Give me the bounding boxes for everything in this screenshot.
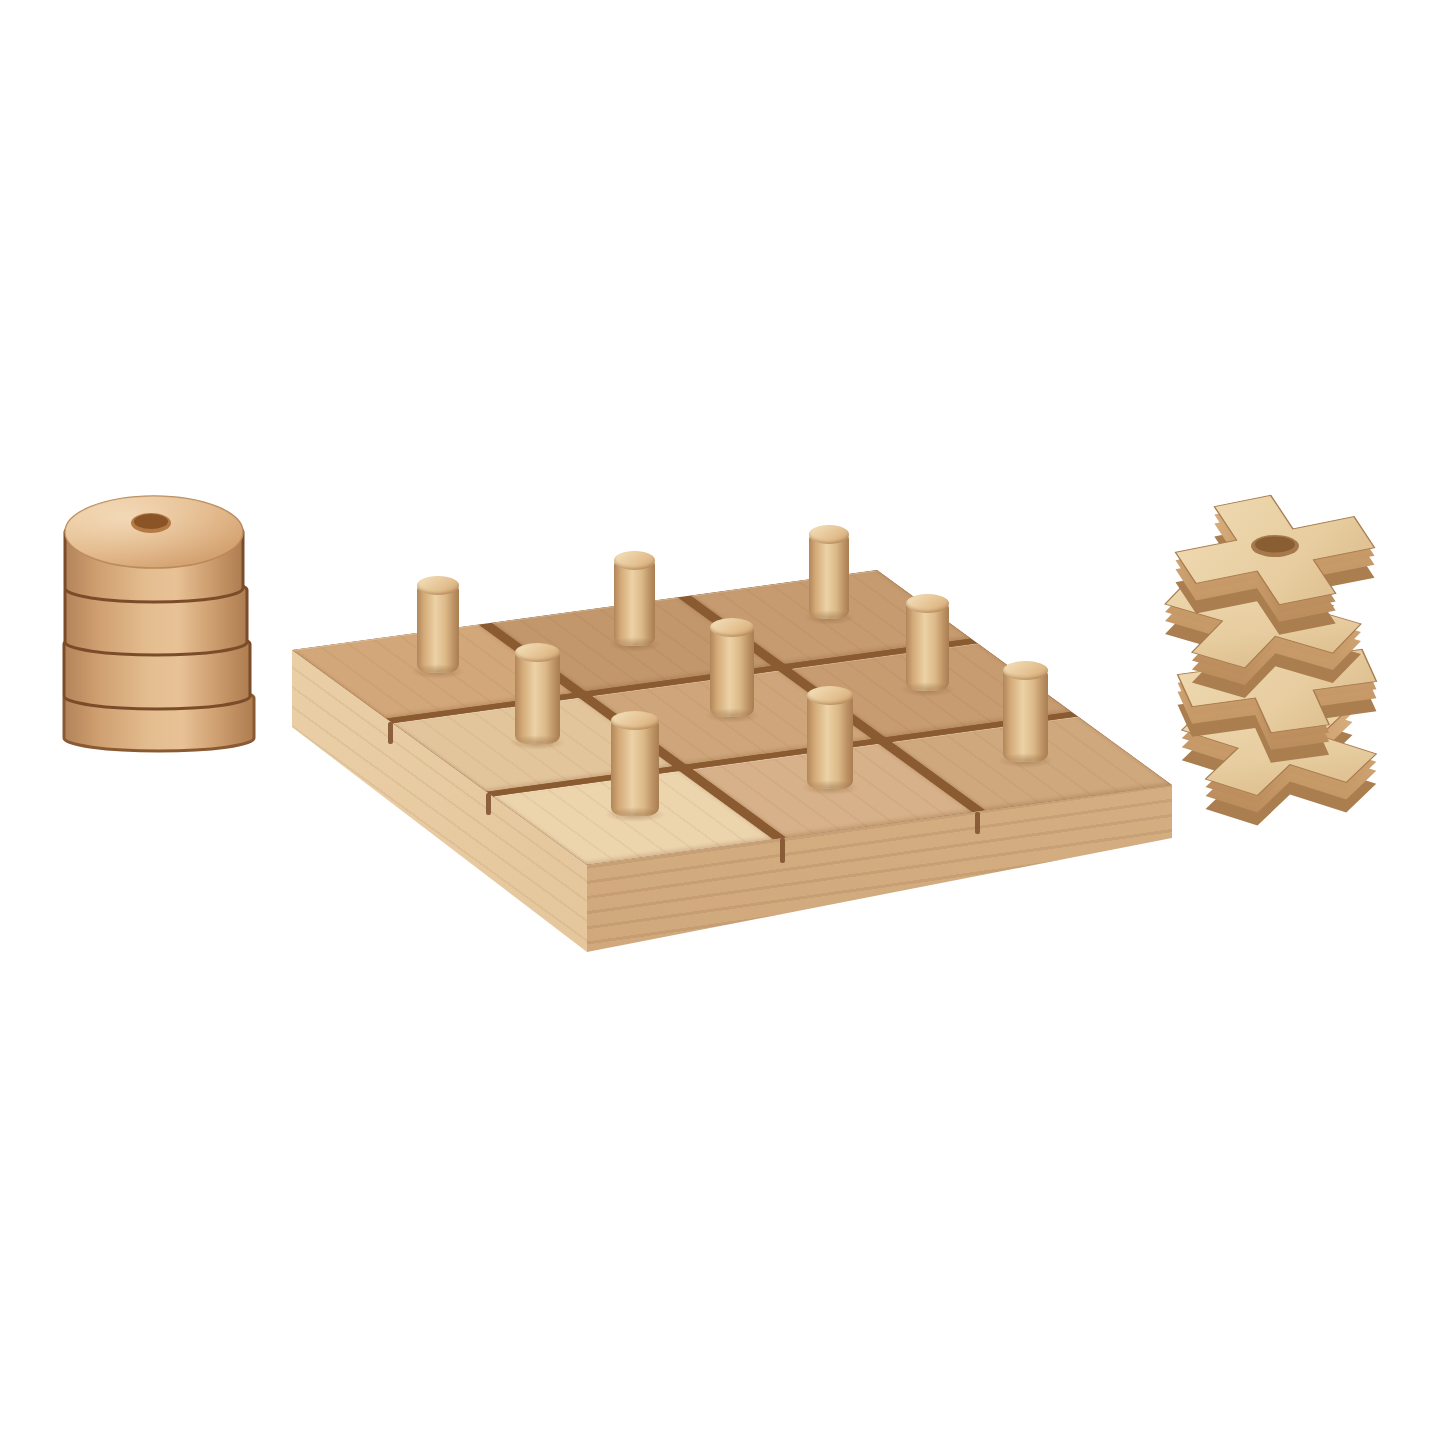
peg-r2-c0[interactable] [611,720,659,816]
peg-r0-c2[interactable] [809,534,849,619]
groove-notch [486,793,491,815]
peg-r1-c2[interactable] [906,603,949,691]
product-photo [0,0,1445,1445]
peg-r0-c1[interactable] [614,560,655,646]
o-ring-hole-shadow [134,514,168,529]
o-piece-stack[interactable] [48,486,268,766]
peg-r2-c1[interactable] [807,695,853,789]
x-cross-hole-shadow [1255,537,1295,553]
x-piece-stack[interactable] [1125,470,1425,840]
groove-notch [975,812,980,834]
groove-notch [388,722,393,744]
peg-r1-c1[interactable] [710,627,754,717]
peg-r1-c0[interactable] [515,652,560,744]
peg-r2-c2[interactable] [1003,670,1048,762]
peg-r0-c0[interactable] [417,585,459,673]
groove-notch [780,838,785,863]
